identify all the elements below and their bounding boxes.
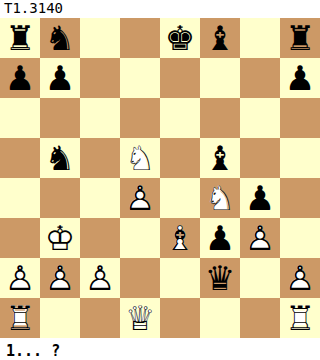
square-c7[interactable]	[80, 58, 120, 98]
square-a5[interactable]	[0, 138, 40, 178]
square-g8[interactable]	[240, 18, 280, 58]
square-b2[interactable]: ♟♙	[40, 258, 80, 298]
square-h8[interactable]: ♜	[280, 18, 320, 58]
square-g2[interactable]	[240, 258, 280, 298]
piece-outline: ♙	[120, 178, 160, 218]
piece-glyph: ♞	[40, 138, 80, 178]
piece-white-rook: ♜♖	[0, 298, 40, 338]
square-b4[interactable]	[40, 178, 80, 218]
piece-outline: ♙	[80, 258, 120, 298]
piece-white-pawn: ♟♙	[280, 258, 320, 298]
piece-black-bishop: ♝	[200, 138, 240, 178]
square-f6[interactable]	[200, 98, 240, 138]
piece-glyph: ♟	[240, 178, 280, 218]
piece-black-bishop: ♝	[200, 18, 240, 58]
piece-white-knight: ♞♘	[200, 178, 240, 218]
piece-black-king: ♚	[160, 18, 200, 58]
piece-black-knight: ♞	[40, 18, 80, 58]
square-a4[interactable]	[0, 178, 40, 218]
piece-glyph: ♟	[0, 58, 40, 98]
piece-glyph: ♝	[200, 138, 240, 178]
square-d6[interactable]	[120, 98, 160, 138]
square-d3[interactable]	[120, 218, 160, 258]
square-d2[interactable]	[120, 258, 160, 298]
move-prompt: 1... ?	[0, 338, 320, 360]
piece-white-queen: ♛♕	[120, 298, 160, 338]
piece-glyph: ♝	[200, 18, 240, 58]
square-f1[interactable]	[200, 298, 240, 338]
piece-glyph: ♜	[280, 18, 320, 58]
square-c2[interactable]: ♟♙	[80, 258, 120, 298]
square-e7[interactable]	[160, 58, 200, 98]
piece-black-queen: ♛	[200, 258, 240, 298]
piece-glyph: ♟	[280, 58, 320, 98]
square-a8[interactable]: ♜	[0, 18, 40, 58]
puzzle-title: T1.3140	[0, 0, 320, 18]
piece-white-king: ♚♔	[40, 218, 80, 258]
piece-black-pawn: ♟	[200, 218, 240, 258]
square-f4[interactable]: ♞♘	[200, 178, 240, 218]
square-g3[interactable]: ♟♙	[240, 218, 280, 258]
piece-outline: ♙	[280, 258, 320, 298]
square-b8[interactable]: ♞	[40, 18, 80, 58]
piece-glyph: ♜	[0, 18, 40, 58]
square-a2[interactable]: ♟♙	[0, 258, 40, 298]
square-b5[interactable]: ♞	[40, 138, 80, 178]
square-g4[interactable]: ♟	[240, 178, 280, 218]
piece-outline: ♗	[160, 218, 200, 258]
square-g7[interactable]	[240, 58, 280, 98]
square-c3[interactable]	[80, 218, 120, 258]
square-h3[interactable]	[280, 218, 320, 258]
square-c1[interactable]	[80, 298, 120, 338]
piece-outline: ♙	[240, 218, 280, 258]
piece-outline: ♔	[40, 218, 80, 258]
square-c5[interactable]	[80, 138, 120, 178]
square-e6[interactable]	[160, 98, 200, 138]
piece-white-pawn: ♟♙	[240, 218, 280, 258]
square-h1[interactable]: ♜♖	[280, 298, 320, 338]
piece-black-knight: ♞	[40, 138, 80, 178]
piece-glyph: ♟	[40, 58, 80, 98]
square-h5[interactable]	[280, 138, 320, 178]
square-e5[interactable]	[160, 138, 200, 178]
square-h7[interactable]: ♟	[280, 58, 320, 98]
square-g1[interactable]	[240, 298, 280, 338]
square-d4[interactable]: ♟♙	[120, 178, 160, 218]
square-h2[interactable]: ♟♙	[280, 258, 320, 298]
piece-glyph: ♞	[40, 18, 80, 58]
piece-outline: ♘	[120, 138, 160, 178]
piece-glyph: ♛	[200, 258, 240, 298]
square-d8[interactable]	[120, 18, 160, 58]
piece-outline: ♖	[0, 298, 40, 338]
piece-white-knight: ♞♘	[120, 138, 160, 178]
square-b3[interactable]: ♚♔	[40, 218, 80, 258]
square-f5[interactable]: ♝	[200, 138, 240, 178]
piece-outline: ♖	[280, 298, 320, 338]
piece-white-pawn: ♟♙	[80, 258, 120, 298]
piece-outline: ♙	[0, 258, 40, 298]
square-c8[interactable]	[80, 18, 120, 58]
piece-white-pawn: ♟♙	[0, 258, 40, 298]
square-e2[interactable]	[160, 258, 200, 298]
square-h4[interactable]	[280, 178, 320, 218]
square-d7[interactable]	[120, 58, 160, 98]
piece-black-pawn: ♟	[0, 58, 40, 98]
piece-outline: ♕	[120, 298, 160, 338]
chess-board: ♜♞♚♝♜♟♟♟♞♞♘♝♟♙♞♘♟♚♔♝♗♟♟♙♟♙♟♙♟♙♛♟♙♜♖♛♕♜♖	[0, 18, 320, 338]
piece-black-rook: ♜	[0, 18, 40, 58]
square-e8[interactable]: ♚	[160, 18, 200, 58]
square-g6[interactable]	[240, 98, 280, 138]
square-f7[interactable]	[200, 58, 240, 98]
square-a7[interactable]: ♟	[0, 58, 40, 98]
piece-black-pawn: ♟	[240, 178, 280, 218]
square-e1[interactable]	[160, 298, 200, 338]
piece-white-pawn: ♟♙	[40, 258, 80, 298]
square-e3[interactable]: ♝♗	[160, 218, 200, 258]
square-b7[interactable]: ♟	[40, 58, 80, 98]
square-f2[interactable]: ♛	[200, 258, 240, 298]
piece-black-rook: ♜	[280, 18, 320, 58]
square-a3[interactable]	[0, 218, 40, 258]
piece-black-pawn: ♟	[280, 58, 320, 98]
square-f3[interactable]: ♟	[200, 218, 240, 258]
piece-glyph: ♚	[160, 18, 200, 58]
square-c4[interactable]	[80, 178, 120, 218]
square-d5[interactable]: ♞♘	[120, 138, 160, 178]
square-g5[interactable]	[240, 138, 280, 178]
piece-white-rook: ♜♖	[280, 298, 320, 338]
piece-white-pawn: ♟♙	[120, 178, 160, 218]
piece-black-pawn: ♟	[40, 58, 80, 98]
square-a6[interactable]	[0, 98, 40, 138]
piece-outline: ♘	[200, 178, 240, 218]
piece-glyph: ♟	[200, 218, 240, 258]
square-c6[interactable]	[80, 98, 120, 138]
square-b1[interactable]	[40, 298, 80, 338]
square-a1[interactable]: ♜♖	[0, 298, 40, 338]
piece-white-bishop: ♝♗	[160, 218, 200, 258]
square-e4[interactable]	[160, 178, 200, 218]
square-b6[interactable]	[40, 98, 80, 138]
square-f8[interactable]: ♝	[200, 18, 240, 58]
piece-outline: ♙	[40, 258, 80, 298]
square-h6[interactable]	[280, 98, 320, 138]
square-d1[interactable]: ♛♕	[120, 298, 160, 338]
